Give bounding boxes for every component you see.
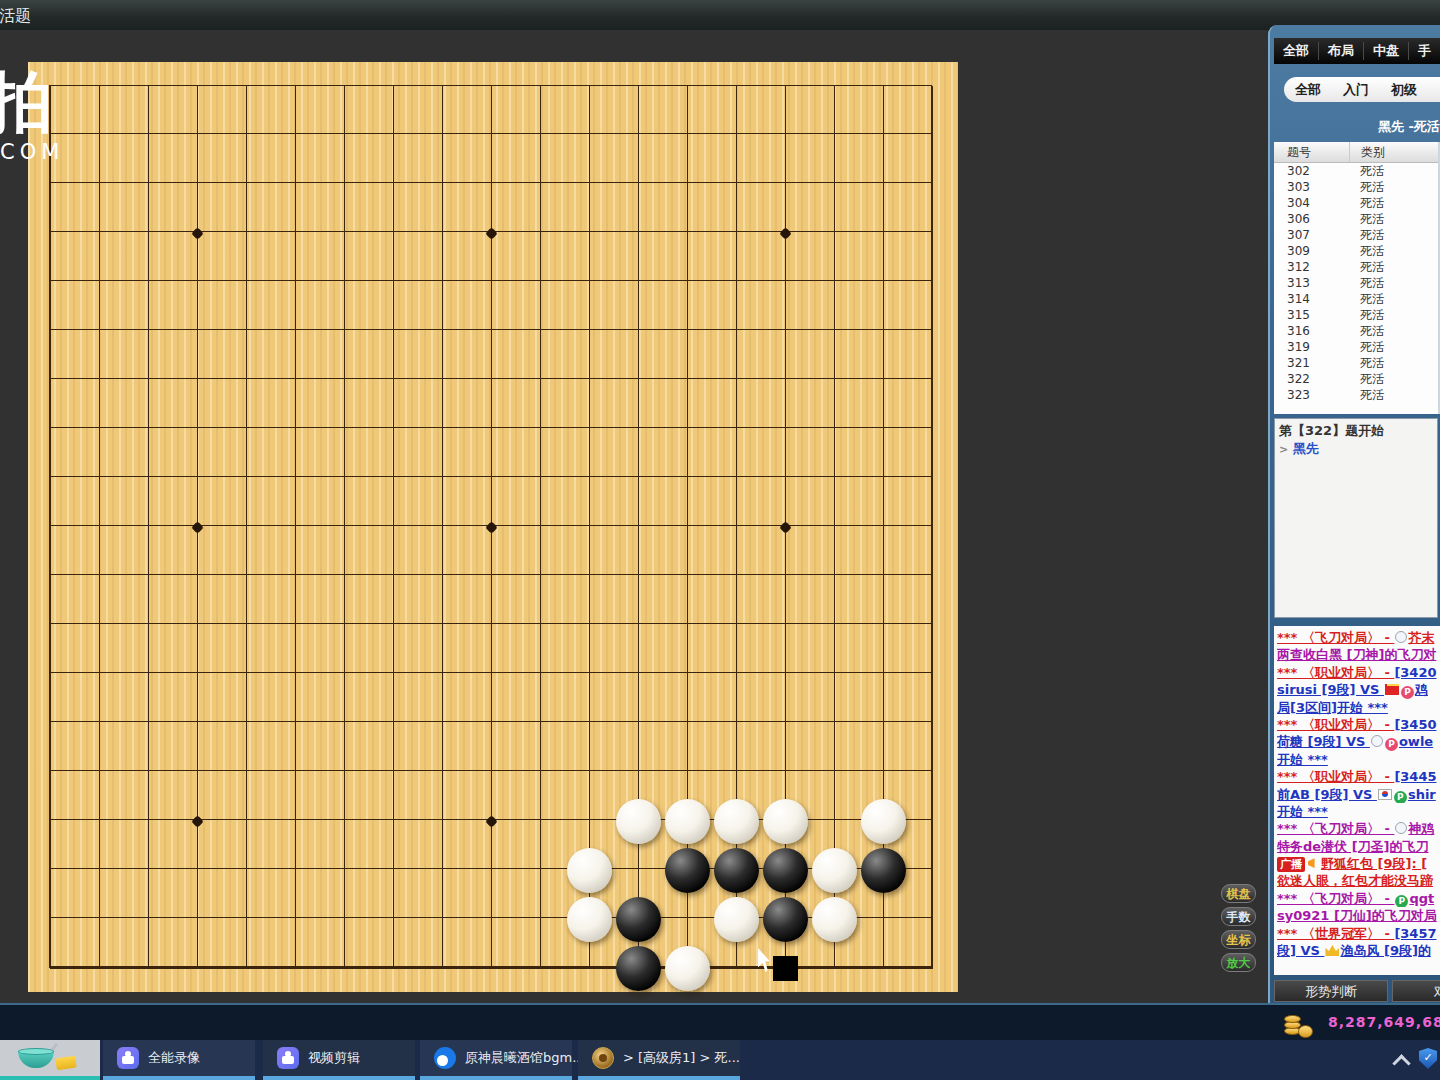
- board-cell[interactable]: [908, 209, 957, 258]
- board-cell[interactable]: [124, 258, 173, 307]
- board-cell[interactable]: [75, 895, 124, 944]
- board-cell[interactable]: [222, 846, 271, 895]
- board-cell[interactable]: [26, 699, 75, 748]
- problem-row[interactable]: 322死活: [1274, 371, 1440, 387]
- board-cell[interactable]: [859, 160, 908, 209]
- board-cell[interactable]: [859, 699, 908, 748]
- board-cell[interactable]: [173, 944, 222, 993]
- board-cell[interactable]: [75, 454, 124, 503]
- board-cell[interactable]: [565, 748, 614, 797]
- problem-row[interactable]: 302死活: [1274, 163, 1440, 179]
- board-cell[interactable]: [173, 650, 222, 699]
- board-cell[interactable]: [75, 601, 124, 650]
- board-cell[interactable]: [908, 895, 957, 944]
- board-cell[interactable]: [75, 209, 124, 258]
- board-cell[interactable]: [124, 748, 173, 797]
- board-cell[interactable]: [222, 503, 271, 552]
- board-cell[interactable]: [467, 209, 516, 258]
- board-cell[interactable]: [173, 356, 222, 405]
- board-cell[interactable]: [810, 748, 859, 797]
- board-cell[interactable]: [516, 797, 565, 846]
- board-toggle-button[interactable]: 棋盘: [1221, 884, 1256, 903]
- board-cell[interactable]: [908, 650, 957, 699]
- taskbar-item-go-client[interactable]: > [高级房1] > 死...: [578, 1040, 740, 1080]
- board-cell[interactable]: [712, 650, 761, 699]
- board-cell[interactable]: [516, 503, 565, 552]
- board-cell[interactable]: [467, 944, 516, 993]
- board-cell[interactable]: [271, 601, 320, 650]
- chat-line[interactable]: 前AB [9段] VS Pshir: [1277, 786, 1440, 803]
- chat-line[interactable]: 广播野狐红包 [9段]: [: [1277, 855, 1440, 872]
- board-cell[interactable]: [810, 258, 859, 307]
- taskbar-item-music-player[interactable]: 原神晨曦酒馆bgm...: [420, 1040, 572, 1080]
- board-cell[interactable]: [565, 601, 614, 650]
- board-cell[interactable]: [418, 601, 467, 650]
- board-cell[interactable]: [761, 944, 810, 993]
- tab-all[interactable]: 全部: [1274, 42, 1319, 60]
- board-cell[interactable]: [516, 895, 565, 944]
- board-cell[interactable]: [516, 944, 565, 993]
- board-cell[interactable]: [614, 846, 663, 895]
- board-cell[interactable]: [516, 405, 565, 454]
- board-cell[interactable]: [418, 699, 467, 748]
- problem-list[interactable]: 题号 类别 302死活303死活304死活306死活307死活309死活312死…: [1274, 142, 1440, 414]
- board-cell[interactable]: [26, 846, 75, 895]
- chat-line[interactable]: *** 〈飞刀对局〉 - 神鸡: [1277, 820, 1440, 837]
- board-cell[interactable]: [663, 307, 712, 356]
- board-cell[interactable]: [859, 503, 908, 552]
- board-cell[interactable]: [369, 307, 418, 356]
- taskbar-item-video-editor[interactable]: 视频剪辑: [263, 1040, 415, 1080]
- problem-row[interactable]: 309死活: [1274, 243, 1440, 259]
- board-cell[interactable]: [712, 552, 761, 601]
- board-cell[interactable]: [810, 601, 859, 650]
- board-cell[interactable]: [516, 356, 565, 405]
- board-cell[interactable]: [467, 601, 516, 650]
- board-cell[interactable]: [271, 209, 320, 258]
- board-cell[interactable]: [222, 356, 271, 405]
- board-cell[interactable]: [320, 160, 369, 209]
- board-cell[interactable]: [712, 797, 761, 846]
- board-cell[interactable]: [124, 699, 173, 748]
- board-cell[interactable]: [124, 405, 173, 454]
- board-cell[interactable]: [418, 258, 467, 307]
- board-cell[interactable]: [75, 797, 124, 846]
- board-cell[interactable]: [908, 944, 957, 993]
- board-cell[interactable]: [614, 111, 663, 160]
- board-cell[interactable]: [271, 405, 320, 454]
- board-cell[interactable]: [320, 650, 369, 699]
- board-cell[interactable]: [222, 601, 271, 650]
- board-cell[interactable]: [173, 62, 222, 111]
- board-cell[interactable]: [320, 601, 369, 650]
- board-cell[interactable]: [369, 160, 418, 209]
- board-cell[interactable]: [712, 356, 761, 405]
- board-cell[interactable]: [467, 160, 516, 209]
- board-cell[interactable]: [173, 160, 222, 209]
- board-cell[interactable]: [467, 748, 516, 797]
- chat-line[interactable]: sy0921 [刀仙]的飞刀对局: [1277, 907, 1440, 924]
- level-all[interactable]: 全部: [1284, 81, 1332, 99]
- board-cell[interactable]: [26, 601, 75, 650]
- board-cell[interactable]: [614, 405, 663, 454]
- board-cell[interactable]: [761, 895, 810, 944]
- board-cell[interactable]: [663, 454, 712, 503]
- problem-row[interactable]: 312死活: [1274, 259, 1440, 275]
- board-cell[interactable]: [173, 552, 222, 601]
- board-cell[interactable]: [173, 895, 222, 944]
- board-cell[interactable]: [369, 258, 418, 307]
- board-cell[interactable]: [320, 699, 369, 748]
- board-cell[interactable]: [75, 307, 124, 356]
- board-cell[interactable]: [418, 895, 467, 944]
- board-cell[interactable]: [712, 454, 761, 503]
- board-cell[interactable]: [369, 846, 418, 895]
- board-cell[interactable]: [320, 258, 369, 307]
- board-cell[interactable]: [222, 111, 271, 160]
- board-cell[interactable]: [222, 944, 271, 993]
- board-cell[interactable]: [859, 895, 908, 944]
- board-cell[interactable]: [908, 307, 957, 356]
- board-cell[interactable]: [369, 356, 418, 405]
- taskbar-item-recorder[interactable]: 全能录像: [103, 1040, 255, 1080]
- board-cell[interactable]: [663, 846, 712, 895]
- board-cell[interactable]: [222, 454, 271, 503]
- board-cell[interactable]: [75, 62, 124, 111]
- board-cell[interactable]: [173, 601, 222, 650]
- board-cell[interactable]: [859, 356, 908, 405]
- board-cell[interactable]: [761, 307, 810, 356]
- board-cell[interactable]: [565, 209, 614, 258]
- board-cell[interactable]: [614, 895, 663, 944]
- problem-row[interactable]: 313死活: [1274, 275, 1440, 291]
- board-cell[interactable]: [761, 62, 810, 111]
- board-cell[interactable]: [26, 797, 75, 846]
- board-cell[interactable]: [124, 160, 173, 209]
- board-cell[interactable]: [859, 650, 908, 699]
- board-cell[interactable]: [320, 503, 369, 552]
- board-cell[interactable]: [712, 944, 761, 993]
- board-cell[interactable]: [761, 846, 810, 895]
- board-cell[interactable]: [712, 405, 761, 454]
- board-cell[interactable]: [565, 454, 614, 503]
- board-cell[interactable]: [124, 62, 173, 111]
- board-cell[interactable]: [418, 944, 467, 993]
- problem-row[interactable]: 323死活: [1274, 387, 1440, 403]
- board-cell[interactable]: [614, 454, 663, 503]
- board-cell[interactable]: [663, 797, 712, 846]
- chat-line[interactable]: 特务de潜伏 [刀圣]的飞刀: [1277, 838, 1440, 855]
- board-cell[interactable]: [418, 846, 467, 895]
- board-cell[interactable]: [418, 160, 467, 209]
- board-cell[interactable]: [516, 160, 565, 209]
- chat-line[interactable]: *** 〈职业对局〉 - [3420: [1277, 664, 1440, 681]
- board-cell[interactable]: [320, 797, 369, 846]
- board-cell[interactable]: [467, 111, 516, 160]
- board-cell[interactable]: [418, 503, 467, 552]
- board-cell[interactable]: [712, 209, 761, 258]
- board-cell[interactable]: [810, 405, 859, 454]
- board-cell[interactable]: [271, 846, 320, 895]
- board-cell[interactable]: [124, 944, 173, 993]
- board-cell[interactable]: [75, 650, 124, 699]
- chat-line[interactable]: *** 〈世界冠军〉 - [3457: [1277, 925, 1440, 942]
- board-cell[interactable]: [418, 111, 467, 160]
- board-cell[interactable]: [369, 601, 418, 650]
- board-cell[interactable]: [418, 356, 467, 405]
- board-cell[interactable]: [614, 209, 663, 258]
- board-cell[interactable]: [271, 699, 320, 748]
- board-cell[interactable]: [124, 895, 173, 944]
- board-cell[interactable]: [124, 111, 173, 160]
- board-cell[interactable]: [26, 944, 75, 993]
- board-cell[interactable]: [369, 62, 418, 111]
- board-cell[interactable]: [516, 699, 565, 748]
- board-cell[interactable]: [712, 258, 761, 307]
- board-cell[interactable]: [712, 160, 761, 209]
- board-cell[interactable]: [173, 307, 222, 356]
- board-cell[interactable]: [761, 797, 810, 846]
- board-cell[interactable]: [271, 454, 320, 503]
- problem-row[interactable]: 303死活: [1274, 179, 1440, 195]
- board-cell[interactable]: [320, 209, 369, 258]
- board-cell[interactable]: [516, 846, 565, 895]
- board-cell[interactable]: [712, 62, 761, 111]
- board-cell[interactable]: [614, 650, 663, 699]
- board-cell[interactable]: [761, 454, 810, 503]
- board-cell[interactable]: [663, 650, 712, 699]
- board-cell[interactable]: [418, 552, 467, 601]
- board-cell[interactable]: [320, 111, 369, 160]
- board-cell[interactable]: [565, 258, 614, 307]
- board-cell[interactable]: [467, 307, 516, 356]
- board-cell[interactable]: [467, 258, 516, 307]
- board-cell[interactable]: [271, 552, 320, 601]
- board-cell[interactable]: [75, 748, 124, 797]
- board-cell[interactable]: [124, 552, 173, 601]
- board-cell[interactable]: [810, 209, 859, 258]
- board-cell[interactable]: [124, 797, 173, 846]
- board-cell[interactable]: [369, 454, 418, 503]
- board-cell[interactable]: [467, 895, 516, 944]
- board-cell[interactable]: [26, 552, 75, 601]
- board-cell[interactable]: [810, 944, 859, 993]
- board-cell[interactable]: [173, 797, 222, 846]
- board-cell[interactable]: [516, 454, 565, 503]
- board-cell[interactable]: [320, 846, 369, 895]
- board-cell[interactable]: [467, 405, 516, 454]
- board-cell[interactable]: [222, 895, 271, 944]
- board-cell[interactable]: [712, 895, 761, 944]
- chat-line[interactable]: sirusi [9段] VS P鸡: [1277, 681, 1440, 698]
- board-cell[interactable]: [663, 699, 712, 748]
- problem-row[interactable]: 314死活: [1274, 291, 1440, 307]
- board-cell[interactable]: [761, 160, 810, 209]
- board-cell[interactable]: [271, 160, 320, 209]
- board-cell[interactable]: [271, 62, 320, 111]
- board-cell[interactable]: [467, 797, 516, 846]
- board-cell[interactable]: [614, 748, 663, 797]
- board-cell[interactable]: [908, 405, 957, 454]
- board-cell[interactable]: [75, 699, 124, 748]
- board-cell[interactable]: [908, 111, 957, 160]
- board-cell[interactable]: [614, 307, 663, 356]
- board-cell[interactable]: [810, 650, 859, 699]
- board-cell[interactable]: [222, 650, 271, 699]
- board-cell[interactable]: [614, 699, 663, 748]
- board-cell[interactable]: [369, 405, 418, 454]
- broadcast-chat-box[interactable]: *** 〈飞刀对局〉 - 芥末两查收白黑 [刀神]的飞刀对*** 〈职业对局〉 …: [1274, 626, 1440, 975]
- board-cell[interactable]: [565, 356, 614, 405]
- board-cell[interactable]: [565, 62, 614, 111]
- board-cell[interactable]: [614, 944, 663, 993]
- board-cell[interactable]: [516, 650, 565, 699]
- level-beginner[interactable]: 入门: [1332, 81, 1380, 99]
- chat-line[interactable]: 段] VS 渔岛风 [9段]的: [1277, 942, 1440, 959]
- board-cell[interactable]: [908, 503, 957, 552]
- chat-line[interactable]: 局[3区间]开始 ***: [1277, 699, 1440, 716]
- board-cell[interactable]: [222, 258, 271, 307]
- problem-row[interactable]: 316死活: [1274, 323, 1440, 339]
- board-cell[interactable]: [712, 748, 761, 797]
- board-cell[interactable]: [369, 699, 418, 748]
- chat-line[interactable]: *** 〈职业对局〉 - [3445: [1277, 768, 1440, 785]
- board-cell[interactable]: [467, 699, 516, 748]
- board-cell[interactable]: [271, 503, 320, 552]
- board-cell[interactable]: [124, 846, 173, 895]
- board-cell[interactable]: [712, 601, 761, 650]
- board-cell[interactable]: [614, 160, 663, 209]
- board-cell[interactable]: [565, 895, 614, 944]
- board-cell[interactable]: [516, 258, 565, 307]
- board-cell[interactable]: [565, 552, 614, 601]
- board-cell[interactable]: [124, 601, 173, 650]
- board-cell[interactable]: [516, 552, 565, 601]
- board-cell[interactable]: [565, 846, 614, 895]
- board-cell[interactable]: [271, 258, 320, 307]
- board-cell[interactable]: [124, 650, 173, 699]
- board-cell[interactable]: [26, 650, 75, 699]
- board-cell[interactable]: [173, 111, 222, 160]
- board-cell[interactable]: [173, 258, 222, 307]
- board-cell[interactable]: [712, 503, 761, 552]
- board-cell[interactable]: [663, 552, 712, 601]
- board-cell[interactable]: [26, 307, 75, 356]
- board-cell[interactable]: [663, 356, 712, 405]
- board-cell[interactable]: [761, 699, 810, 748]
- board-cell[interactable]: [369, 748, 418, 797]
- board-cell[interactable]: [26, 258, 75, 307]
- problem-row[interactable]: 319死活: [1274, 339, 1440, 355]
- board-cell[interactable]: [761, 405, 810, 454]
- board-cell[interactable]: [124, 307, 173, 356]
- board-cell[interactable]: [418, 209, 467, 258]
- board-cell[interactable]: [565, 307, 614, 356]
- board-cell[interactable]: [712, 307, 761, 356]
- board-cell[interactable]: [75, 160, 124, 209]
- board-cell[interactable]: [467, 454, 516, 503]
- board-cell[interactable]: [859, 552, 908, 601]
- board-cell[interactable]: [810, 846, 859, 895]
- problem-rows[interactable]: 302死活303死活304死活306死活307死活309死活312死活313死活…: [1274, 163, 1440, 403]
- board-cell[interactable]: [467, 356, 516, 405]
- board-cell[interactable]: [320, 307, 369, 356]
- board-cell[interactable]: [467, 62, 516, 111]
- board-cell[interactable]: [516, 209, 565, 258]
- board-cell[interactable]: [712, 111, 761, 160]
- board-cell[interactable]: [663, 944, 712, 993]
- board-cell[interactable]: [565, 650, 614, 699]
- board-cell[interactable]: [271, 356, 320, 405]
- chat-line[interactable]: *** 〈飞刀对局〉 - 芥末: [1277, 629, 1440, 646]
- board-cell[interactable]: [516, 111, 565, 160]
- problem-row[interactable]: 304死活: [1274, 195, 1440, 211]
- board-cell[interactable]: [320, 405, 369, 454]
- board-cell[interactable]: [810, 62, 859, 111]
- board-cell[interactable]: [908, 356, 957, 405]
- chat-line[interactable]: 开始 ***: [1277, 751, 1440, 768]
- board-cell[interactable]: [75, 846, 124, 895]
- board-cell[interactable]: [761, 111, 810, 160]
- board-cell[interactable]: [369, 650, 418, 699]
- chat-line[interactable]: 开始 ***: [1277, 803, 1440, 820]
- board-cell[interactable]: [614, 356, 663, 405]
- board-cell[interactable]: [614, 797, 663, 846]
- board-cell[interactable]: [173, 405, 222, 454]
- board-cell[interactable]: [859, 748, 908, 797]
- board-cell[interactable]: [418, 405, 467, 454]
- board-cell[interactable]: [271, 650, 320, 699]
- board-cell[interactable]: [75, 258, 124, 307]
- board-cell[interactable]: [222, 405, 271, 454]
- problem-row[interactable]: 321死活: [1274, 355, 1440, 371]
- board-cell[interactable]: [565, 503, 614, 552]
- board-cell[interactable]: [222, 160, 271, 209]
- board-cell[interactable]: [124, 209, 173, 258]
- board-cell[interactable]: [761, 748, 810, 797]
- taskbar-item-cooking-app[interactable]: [0, 1040, 100, 1080]
- board-cell[interactable]: [418, 307, 467, 356]
- board-cell[interactable]: [467, 503, 516, 552]
- board-cell[interactable]: [173, 209, 222, 258]
- board-cell[interactable]: [271, 797, 320, 846]
- board-cell[interactable]: [467, 846, 516, 895]
- board-cell[interactable]: [859, 797, 908, 846]
- board-cell[interactable]: [810, 797, 859, 846]
- board-cell[interactable]: [222, 748, 271, 797]
- chat-line[interactable]: *** 〈飞刀对局〉 - Pqgt: [1277, 890, 1440, 907]
- board-cell[interactable]: [467, 650, 516, 699]
- board-cell[interactable]: [26, 748, 75, 797]
- board-cell[interactable]: [369, 209, 418, 258]
- board-cell[interactable]: [614, 552, 663, 601]
- board-cell[interactable]: [663, 895, 712, 944]
- board-cell[interactable]: [320, 62, 369, 111]
- board-cell[interactable]: [418, 62, 467, 111]
- move-numbers-button[interactable]: 手数: [1221, 907, 1256, 926]
- board-cell[interactable]: [712, 846, 761, 895]
- board-cell[interactable]: [761, 503, 810, 552]
- board-cell[interactable]: [516, 307, 565, 356]
- board-cell[interactable]: [75, 405, 124, 454]
- board-cell[interactable]: [908, 797, 957, 846]
- board-cell[interactable]: [222, 552, 271, 601]
- board-cell[interactable]: [810, 356, 859, 405]
- board-cell[interactable]: [859, 307, 908, 356]
- board-cell[interactable]: [320, 454, 369, 503]
- board-cell[interactable]: [908, 258, 957, 307]
- board-cell[interactable]: [614, 62, 663, 111]
